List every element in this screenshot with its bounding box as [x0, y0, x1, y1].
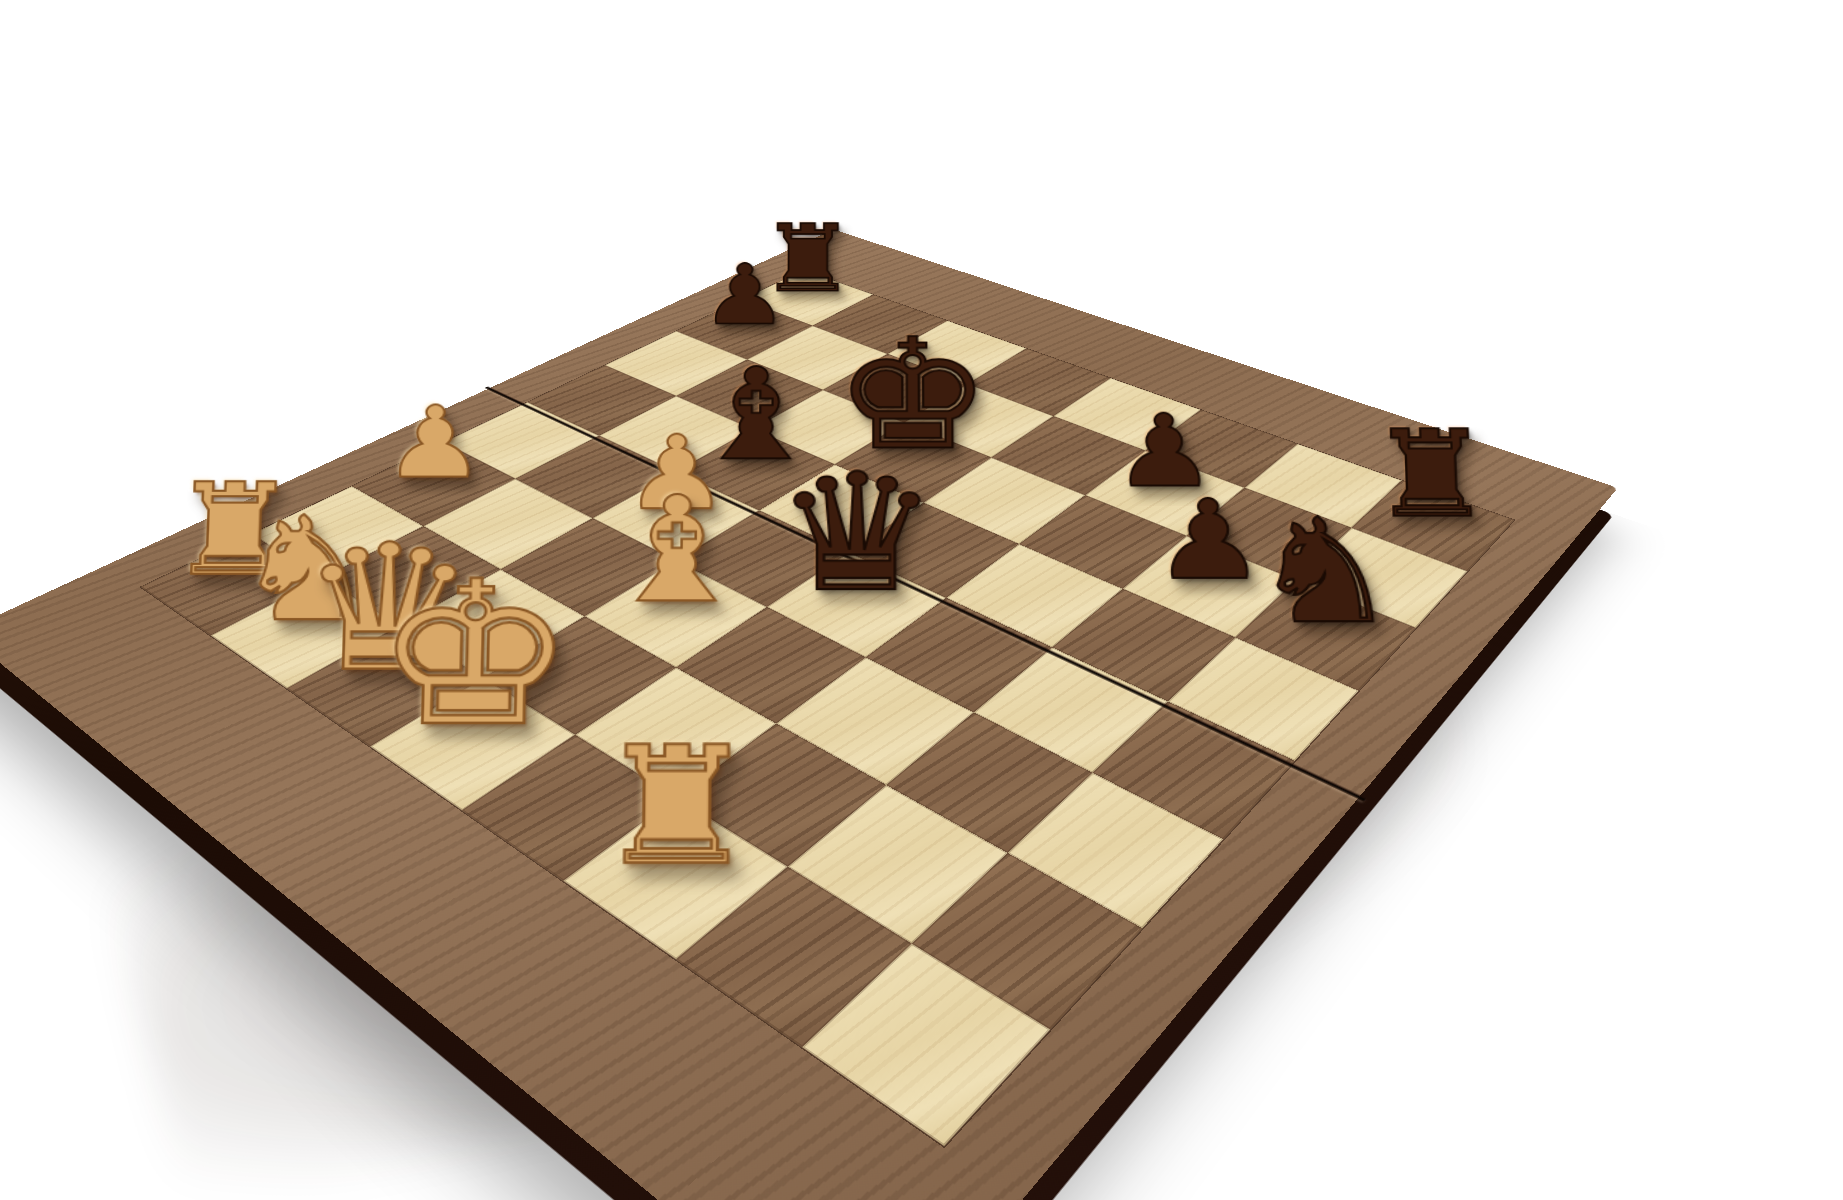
square-d3[interactable]: ♝: [585, 561, 767, 668]
square-e6[interactable]: [923, 458, 1085, 545]
white-rook-f1[interactable]: ♜: [594, 726, 759, 888]
white-king-d1[interactable]: ♚: [372, 555, 578, 753]
black-queen-e4[interactable]: ♛: [774, 452, 941, 614]
white-bishop-d3[interactable]: ♝: [601, 477, 752, 623]
board-photo-scene: ♜♜♟♟♚♟♞♝♟♛♟♝♜♞♛♚♜: [0, 0, 1843, 1200]
black-knight-h6[interactable]: ♞: [1249, 500, 1400, 644]
black-pawn-a7[interactable]: ♟: [701, 254, 788, 337]
white-pawn-a3[interactable]: ♟: [383, 394, 487, 493]
